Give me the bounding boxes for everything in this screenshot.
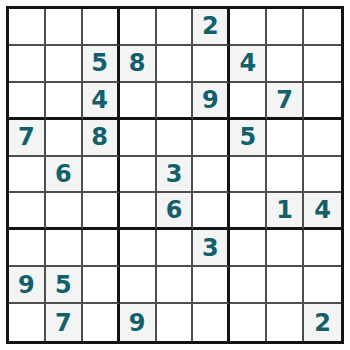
cell-r9c5[interactable] [157, 304, 194, 341]
cell-r7c1[interactable] [9, 230, 46, 267]
cell-r4c4[interactable] [120, 120, 157, 157]
page-background: 258449778563614395792 [0, 0, 350, 350]
cell-r2c4[interactable]: 8 [120, 46, 157, 83]
cell-r5c9[interactable] [304, 157, 341, 194]
cell-r4c9[interactable] [304, 120, 341, 157]
cell-r8c4[interactable] [120, 267, 157, 304]
cell-r7c6[interactable]: 3 [193, 230, 230, 267]
cell-r3c8[interactable]: 7 [267, 83, 304, 120]
cell-r9c8[interactable] [267, 304, 304, 341]
cell-r7c8[interactable] [267, 230, 304, 267]
cell-r9c7[interactable] [230, 304, 267, 341]
cell-r3c9[interactable] [304, 83, 341, 120]
cell-r4c5[interactable] [157, 120, 194, 157]
cell-r5c3[interactable] [83, 157, 120, 194]
cell-r3c5[interactable] [157, 83, 194, 120]
cell-r5c6[interactable] [193, 157, 230, 194]
cell-r4c2[interactable] [46, 120, 83, 157]
cell-r6c1[interactable] [9, 193, 46, 230]
cell-r4c8[interactable] [267, 120, 304, 157]
cell-r2c8[interactable] [267, 46, 304, 83]
cell-r3c1[interactable] [9, 83, 46, 120]
cell-r7c2[interactable] [46, 230, 83, 267]
cell-r2c7[interactable]: 4 [230, 46, 267, 83]
cell-r7c7[interactable] [230, 230, 267, 267]
cell-r3c4[interactable] [120, 83, 157, 120]
cell-r6c5[interactable]: 6 [157, 193, 194, 230]
cell-r2c1[interactable] [9, 46, 46, 83]
cell-r2c9[interactable] [304, 46, 341, 83]
cell-r1c8[interactable] [267, 9, 304, 46]
cell-r5c1[interactable] [9, 157, 46, 194]
cell-r9c4[interactable]: 9 [120, 304, 157, 341]
cell-r7c3[interactable] [83, 230, 120, 267]
cell-r7c4[interactable] [120, 230, 157, 267]
cell-r8c3[interactable] [83, 267, 120, 304]
cell-r4c3[interactable]: 8 [83, 120, 120, 157]
cell-r9c2[interactable]: 7 [46, 304, 83, 341]
cell-r2c3[interactable]: 5 [83, 46, 120, 83]
cell-r1c4[interactable] [120, 9, 157, 46]
cell-r9c9[interactable]: 2 [304, 304, 341, 341]
cell-r8c2[interactable]: 5 [46, 267, 83, 304]
cell-r6c7[interactable] [230, 193, 267, 230]
cell-r3c6[interactable]: 9 [193, 83, 230, 120]
cell-r5c2[interactable]: 6 [46, 157, 83, 194]
cell-r1c6[interactable]: 2 [193, 9, 230, 46]
cell-r3c3[interactable]: 4 [83, 83, 120, 120]
cell-r1c5[interactable] [157, 9, 194, 46]
cell-r9c3[interactable] [83, 304, 120, 341]
cell-r9c6[interactable] [193, 304, 230, 341]
cell-r8c8[interactable] [267, 267, 304, 304]
sudoku-board: 258449778563614395792 [6, 6, 344, 344]
cell-r9c1[interactable] [9, 304, 46, 341]
cell-r7c5[interactable] [157, 230, 194, 267]
cell-r7c9[interactable] [304, 230, 341, 267]
cell-r1c3[interactable] [83, 9, 120, 46]
cell-r8c7[interactable] [230, 267, 267, 304]
cell-r3c7[interactable] [230, 83, 267, 120]
cell-r1c7[interactable] [230, 9, 267, 46]
cell-r1c9[interactable] [304, 9, 341, 46]
cell-r5c4[interactable] [120, 157, 157, 194]
cell-r6c8[interactable]: 1 [267, 193, 304, 230]
cell-r2c6[interactable] [193, 46, 230, 83]
cell-r6c4[interactable] [120, 193, 157, 230]
cell-r8c5[interactable] [157, 267, 194, 304]
cell-r6c3[interactable] [83, 193, 120, 230]
cell-r4c1[interactable]: 7 [9, 120, 46, 157]
cell-r2c2[interactable] [46, 46, 83, 83]
cell-r1c1[interactable] [9, 9, 46, 46]
cell-r5c7[interactable] [230, 157, 267, 194]
cell-r8c9[interactable] [304, 267, 341, 304]
cell-r2c5[interactable] [157, 46, 194, 83]
cell-r8c6[interactable] [193, 267, 230, 304]
cell-r5c8[interactable] [267, 157, 304, 194]
cell-r5c5[interactable]: 3 [157, 157, 194, 194]
cell-r6c9[interactable]: 4 [304, 193, 341, 230]
cell-r8c1[interactable]: 9 [9, 267, 46, 304]
cell-r4c7[interactable]: 5 [230, 120, 267, 157]
cell-r4c6[interactable] [193, 120, 230, 157]
cell-r6c2[interactable] [46, 193, 83, 230]
cell-r1c2[interactable] [46, 9, 83, 46]
cell-r6c6[interactable] [193, 193, 230, 230]
cell-r3c2[interactable] [46, 83, 83, 120]
